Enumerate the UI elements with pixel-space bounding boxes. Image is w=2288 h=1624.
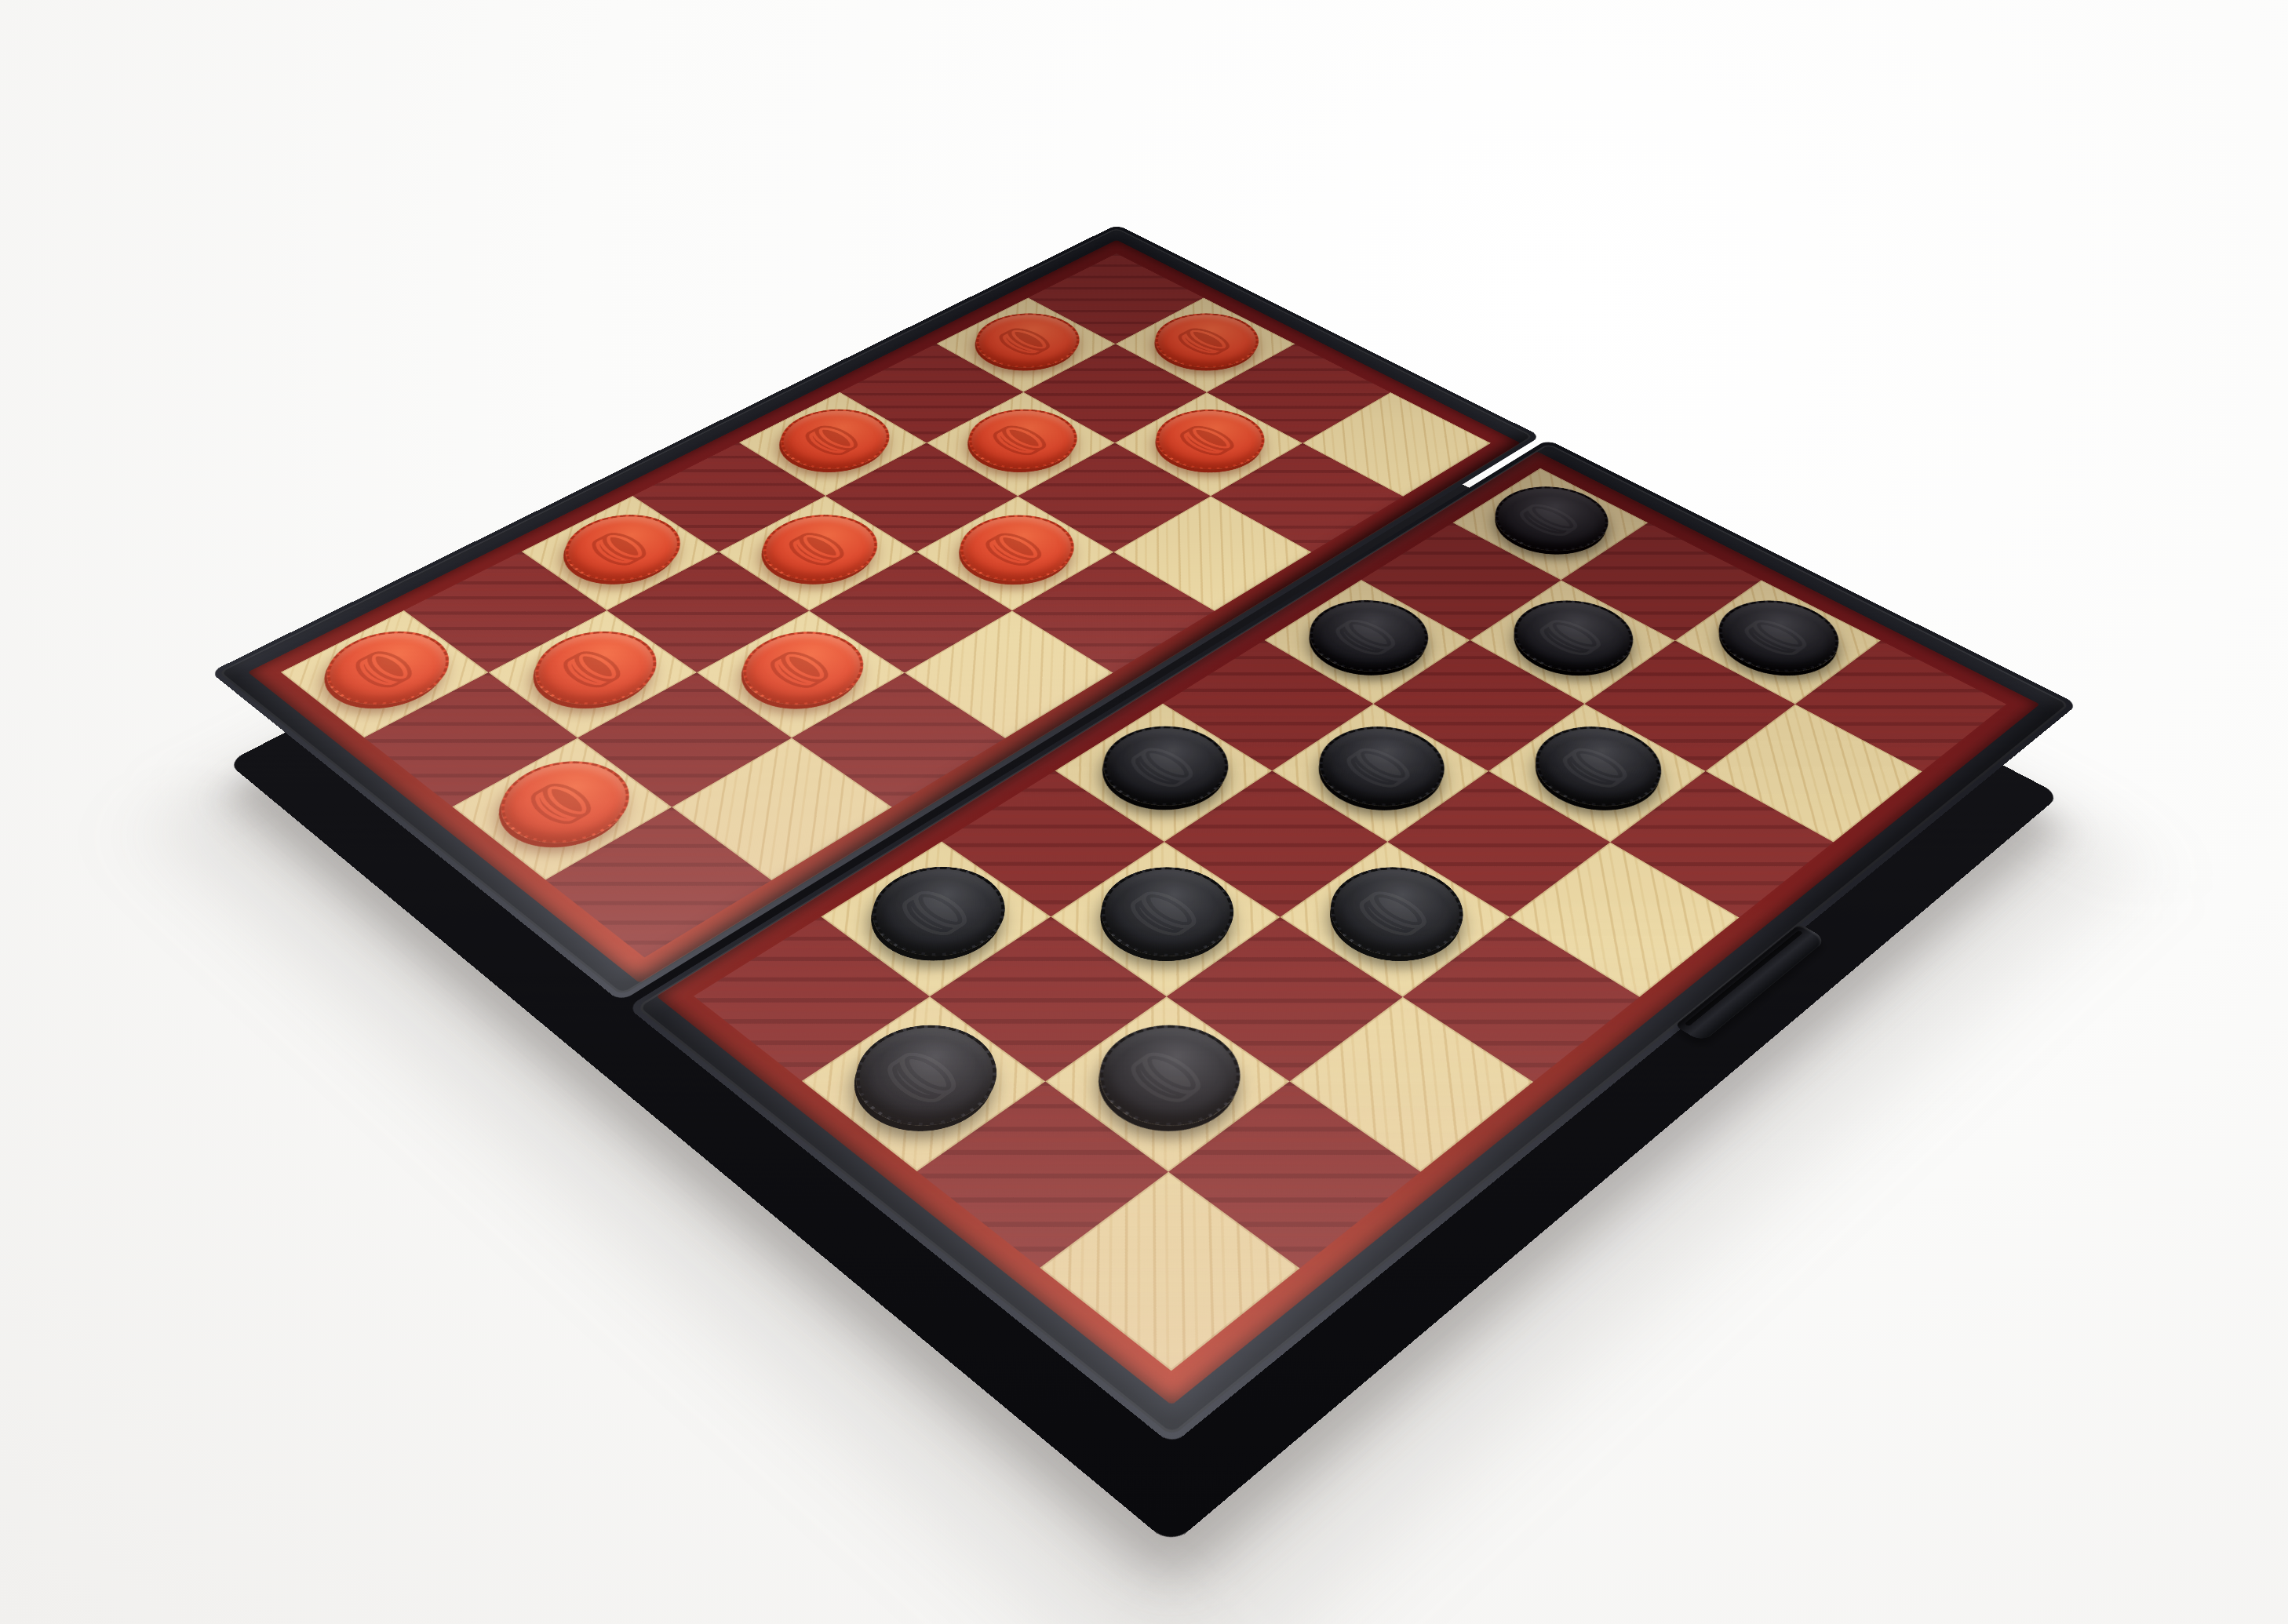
draughts-man-glyph: ⛂	[749, 635, 858, 701]
draughts-man-glyph: ⛂	[541, 635, 650, 700]
checkers-board: ⛂⛂⛂⛂⛂⛂⛂⛂⛂⛂⛂⛂ ⛂⛂⛂⛂⛂⛂⛂⛂⛂⛂⛂⛂	[459, 46, 1816, 1330]
draughts-man-glyph: ⛂	[982, 316, 1074, 365]
draughts-man-glyph: ⛂	[974, 413, 1071, 466]
draughts-man-glyph: ⛂	[1108, 872, 1226, 951]
draughts-man-glyph: ⛂	[571, 518, 674, 577]
draughts-man-glyph: ⛂	[1726, 604, 1831, 668]
board-face: ⛂⛂⛂⛂⛂⛂⛂⛂⛂⛂⛂⛂ ⛂⛂⛂⛂⛂⛂⛂⛂⛂⛂⛂⛂	[210, 224, 2078, 1444]
draughts-man-glyph: ⛂	[769, 518, 872, 577]
draughts-man-glyph: ⛂	[1521, 604, 1625, 668]
draughts-man-glyph: ⛂	[1109, 730, 1221, 801]
draughts-man-glyph: ⛂	[508, 765, 622, 838]
draughts-man-glyph: ⛂	[1338, 872, 1456, 951]
draughts-man-glyph: ⛂	[1316, 604, 1421, 668]
draughts-man-glyph: ⛂	[1162, 413, 1259, 466]
draughts-man-glyph: ⛂	[333, 635, 443, 700]
draughts-man-glyph: ⛂	[966, 519, 1068, 577]
draughts-man-glyph: ⛂	[1326, 730, 1437, 801]
draughts-man-glyph: ⛂	[1543, 730, 1653, 801]
draughts-man-glyph: ⛂	[1160, 316, 1253, 365]
draughts-man-glyph: ⛂	[863, 1030, 989, 1120]
draughts-man-glyph: ⛂	[1106, 1030, 1232, 1120]
draughts-man-glyph: ⛂	[879, 872, 997, 951]
draughts-man-glyph: ⛂	[1502, 490, 1601, 547]
draughts-man-glyph: ⛂	[786, 412, 884, 465]
